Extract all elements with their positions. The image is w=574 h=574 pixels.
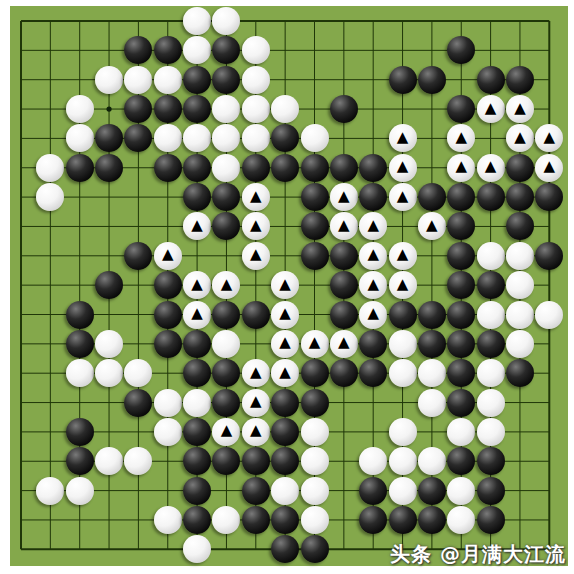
black-stone bbox=[359, 330, 387, 358]
black-stone bbox=[66, 418, 94, 446]
white-stone bbox=[242, 66, 270, 94]
black-stone bbox=[242, 154, 270, 182]
triangle-mark-icon: ▲ bbox=[544, 130, 556, 145]
white-stone bbox=[477, 418, 505, 446]
white-stone-triangle-marked: ▲ bbox=[389, 154, 417, 182]
white-stone-triangle-marked: ▲ bbox=[389, 124, 417, 152]
black-stone bbox=[477, 477, 505, 505]
white-stone bbox=[506, 330, 534, 358]
white-stone-triangle-marked: ▲ bbox=[330, 183, 358, 211]
white-stone bbox=[447, 506, 475, 534]
white-stone bbox=[124, 66, 152, 94]
triangle-mark-icon: ▲ bbox=[162, 247, 174, 262]
triangle-mark-icon: ▲ bbox=[250, 365, 262, 380]
white-stone-triangle-marked: ▲ bbox=[359, 242, 387, 270]
black-stone bbox=[330, 301, 358, 329]
white-stone bbox=[389, 418, 417, 446]
black-stone bbox=[271, 389, 299, 417]
black-stone bbox=[418, 183, 446, 211]
white-stone-triangle-marked: ▲ bbox=[242, 242, 270, 270]
black-stone bbox=[212, 389, 240, 417]
white-stone-triangle-marked: ▲ bbox=[506, 95, 534, 123]
triangle-mark-icon: ▲ bbox=[279, 306, 291, 321]
black-stone bbox=[330, 242, 358, 270]
black-stone bbox=[477, 66, 505, 94]
black-stone bbox=[95, 271, 123, 299]
white-stone bbox=[535, 301, 563, 329]
watermark-text: 头条 @月满大江流 bbox=[390, 541, 566, 568]
triangle-mark-icon: ▲ bbox=[279, 365, 291, 380]
triangle-mark-icon: ▲ bbox=[367, 306, 379, 321]
white-stone bbox=[242, 95, 270, 123]
white-stone-triangle-marked: ▲ bbox=[389, 242, 417, 270]
black-stone bbox=[271, 154, 299, 182]
triangle-mark-icon: ▲ bbox=[455, 130, 467, 145]
white-stone-triangle-marked: ▲ bbox=[535, 154, 563, 182]
black-stone bbox=[330, 154, 358, 182]
white-stone-triangle-marked: ▲ bbox=[477, 154, 505, 182]
white-stone-triangle-marked: ▲ bbox=[389, 183, 417, 211]
white-stone bbox=[418, 389, 446, 417]
hoshi-point bbox=[106, 106, 111, 111]
black-stone bbox=[506, 154, 534, 182]
white-stone bbox=[95, 66, 123, 94]
white-stone bbox=[389, 477, 417, 505]
triangle-mark-icon: ▲ bbox=[250, 394, 262, 409]
white-stone bbox=[36, 154, 64, 182]
black-stone bbox=[242, 506, 270, 534]
white-stone bbox=[477, 359, 505, 387]
white-stone-triangle-marked: ▲ bbox=[183, 301, 211, 329]
triangle-mark-icon: ▲ bbox=[191, 306, 203, 321]
black-stone bbox=[212, 301, 240, 329]
black-stone bbox=[477, 330, 505, 358]
black-stone bbox=[183, 154, 211, 182]
triangle-mark-icon: ▲ bbox=[455, 159, 467, 174]
black-stone bbox=[477, 506, 505, 534]
white-stone-triangle-marked: ▲ bbox=[154, 242, 182, 270]
black-stone bbox=[389, 66, 417, 94]
white-stone bbox=[301, 124, 329, 152]
go-board: ▲▲▲▲▲▲▲▲▲▲▲▲▲▲▲▲▲▲▲▲▲▲▲▲▲▲▲▲▲▲▲▲▲▲▲▲▲▲ bbox=[10, 6, 568, 566]
black-stone bbox=[66, 330, 94, 358]
black-stone bbox=[447, 301, 475, 329]
black-stone bbox=[506, 183, 534, 211]
triangle-mark-icon: ▲ bbox=[397, 277, 409, 292]
triangle-mark-icon: ▲ bbox=[397, 130, 409, 145]
white-stone bbox=[154, 124, 182, 152]
white-stone bbox=[242, 124, 270, 152]
black-stone bbox=[477, 447, 505, 475]
triangle-mark-icon: ▲ bbox=[544, 159, 556, 174]
white-stone bbox=[66, 359, 94, 387]
black-stone bbox=[212, 66, 240, 94]
triangle-mark-icon: ▲ bbox=[191, 277, 203, 292]
triangle-mark-icon: ▲ bbox=[191, 218, 203, 233]
triangle-mark-icon: ▲ bbox=[338, 335, 350, 350]
black-stone bbox=[301, 389, 329, 417]
black-stone bbox=[301, 183, 329, 211]
white-stone-triangle-marked: ▲ bbox=[447, 154, 475, 182]
black-stone bbox=[330, 359, 358, 387]
black-stone bbox=[154, 330, 182, 358]
white-stone-triangle-marked: ▲ bbox=[242, 183, 270, 211]
white-stone bbox=[183, 389, 211, 417]
white-stone bbox=[154, 418, 182, 446]
black-stone bbox=[359, 477, 387, 505]
triangle-mark-icon: ▲ bbox=[338, 189, 350, 204]
black-stone bbox=[183, 330, 211, 358]
triangle-mark-icon: ▲ bbox=[250, 218, 262, 233]
black-stone bbox=[535, 242, 563, 270]
black-stone bbox=[418, 477, 446, 505]
white-stone bbox=[301, 447, 329, 475]
black-stone bbox=[506, 66, 534, 94]
black-stone bbox=[447, 242, 475, 270]
triangle-mark-icon: ▲ bbox=[397, 247, 409, 262]
triangle-mark-icon: ▲ bbox=[309, 335, 321, 350]
triangle-mark-icon: ▲ bbox=[221, 423, 233, 438]
white-stone bbox=[301, 418, 329, 446]
triangle-mark-icon: ▲ bbox=[397, 189, 409, 204]
white-stone bbox=[506, 301, 534, 329]
white-stone bbox=[154, 389, 182, 417]
triangle-mark-icon: ▲ bbox=[485, 159, 497, 174]
black-stone bbox=[124, 242, 152, 270]
black-stone bbox=[477, 271, 505, 299]
white-stone bbox=[66, 477, 94, 505]
white-stone-triangle-marked: ▲ bbox=[359, 301, 387, 329]
black-stone bbox=[242, 477, 270, 505]
triangle-mark-icon: ▲ bbox=[279, 335, 291, 350]
black-stone bbox=[418, 301, 446, 329]
triangle-mark-icon: ▲ bbox=[250, 189, 262, 204]
white-stone bbox=[418, 359, 446, 387]
triangle-mark-icon: ▲ bbox=[221, 277, 233, 292]
screenshot-root: ▲▲▲▲▲▲▲▲▲▲▲▲▲▲▲▲▲▲▲▲▲▲▲▲▲▲▲▲▲▲▲▲▲▲▲▲▲▲ 头… bbox=[0, 0, 574, 574]
black-stone bbox=[389, 301, 417, 329]
black-stone bbox=[271, 418, 299, 446]
white-stone bbox=[95, 330, 123, 358]
white-stone-triangle-marked: ▲ bbox=[301, 330, 329, 358]
black-stone bbox=[183, 95, 211, 123]
black-stone bbox=[330, 95, 358, 123]
black-stone bbox=[418, 506, 446, 534]
black-stone bbox=[124, 389, 152, 417]
white-stone bbox=[271, 477, 299, 505]
black-stone bbox=[477, 183, 505, 211]
black-stone bbox=[271, 506, 299, 534]
white-stone bbox=[154, 506, 182, 534]
white-stone bbox=[154, 66, 182, 94]
black-stone bbox=[447, 330, 475, 358]
black-stone bbox=[301, 212, 329, 240]
white-stone bbox=[271, 95, 299, 123]
black-stone bbox=[66, 447, 94, 475]
white-stone bbox=[301, 477, 329, 505]
white-stone-triangle-marked: ▲ bbox=[271, 301, 299, 329]
white-stone bbox=[447, 477, 475, 505]
white-stone bbox=[212, 154, 240, 182]
black-stone bbox=[154, 154, 182, 182]
black-stone bbox=[183, 506, 211, 534]
white-stone-triangle-marked: ▲ bbox=[477, 95, 505, 123]
black-stone bbox=[154, 271, 182, 299]
white-stone bbox=[183, 7, 211, 35]
black-stone bbox=[242, 447, 270, 475]
white-stone-triangle-marked: ▲ bbox=[242, 359, 270, 387]
white-stone-triangle-marked: ▲ bbox=[242, 389, 270, 417]
triangle-mark-icon: ▲ bbox=[514, 101, 526, 116]
black-stone bbox=[183, 66, 211, 94]
black-stone bbox=[154, 301, 182, 329]
white-stone bbox=[418, 447, 446, 475]
triangle-mark-icon: ▲ bbox=[426, 218, 438, 233]
black-stone bbox=[301, 535, 329, 563]
black-stone bbox=[359, 506, 387, 534]
black-stone bbox=[447, 389, 475, 417]
triangle-mark-icon: ▲ bbox=[250, 423, 262, 438]
white-stone bbox=[389, 359, 417, 387]
white-stone bbox=[506, 271, 534, 299]
white-stone bbox=[506, 242, 534, 270]
triangle-mark-icon: ▲ bbox=[279, 277, 291, 292]
black-stone bbox=[330, 271, 358, 299]
black-stone bbox=[506, 359, 534, 387]
white-stone-triangle-marked: ▲ bbox=[271, 330, 299, 358]
white-stone-triangle-marked: ▲ bbox=[242, 418, 270, 446]
black-stone bbox=[418, 330, 446, 358]
white-stone bbox=[477, 389, 505, 417]
triangle-mark-icon: ▲ bbox=[250, 247, 262, 262]
black-stone bbox=[389, 506, 417, 534]
black-stone bbox=[418, 66, 446, 94]
black-stone bbox=[183, 183, 211, 211]
triangle-mark-icon: ▲ bbox=[397, 159, 409, 174]
black-stone bbox=[66, 301, 94, 329]
black-stone bbox=[183, 477, 211, 505]
black-stone bbox=[154, 36, 182, 64]
white-stone bbox=[477, 301, 505, 329]
white-stone bbox=[389, 330, 417, 358]
triangle-mark-icon: ▲ bbox=[338, 218, 350, 233]
white-stone bbox=[66, 95, 94, 123]
triangle-mark-icon: ▲ bbox=[367, 247, 379, 262]
black-stone bbox=[242, 301, 270, 329]
black-stone bbox=[359, 154, 387, 182]
white-stone bbox=[389, 447, 417, 475]
triangle-mark-icon: ▲ bbox=[514, 130, 526, 145]
white-stone bbox=[66, 124, 94, 152]
black-stone bbox=[154, 95, 182, 123]
white-stone bbox=[477, 242, 505, 270]
white-stone bbox=[36, 477, 64, 505]
black-stone bbox=[301, 154, 329, 182]
white-stone bbox=[242, 36, 270, 64]
white-stone-triangle-marked: ▲ bbox=[330, 330, 358, 358]
triangle-mark-icon: ▲ bbox=[367, 218, 379, 233]
black-stone bbox=[66, 154, 94, 182]
white-stone bbox=[301, 506, 329, 534]
black-stone bbox=[183, 418, 211, 446]
black-stone bbox=[301, 242, 329, 270]
white-stone-triangle-marked: ▲ bbox=[389, 271, 417, 299]
triangle-mark-icon: ▲ bbox=[367, 277, 379, 292]
triangle-mark-icon: ▲ bbox=[485, 101, 497, 116]
black-stone bbox=[95, 154, 123, 182]
white-stone bbox=[447, 418, 475, 446]
black-stone bbox=[301, 359, 329, 387]
